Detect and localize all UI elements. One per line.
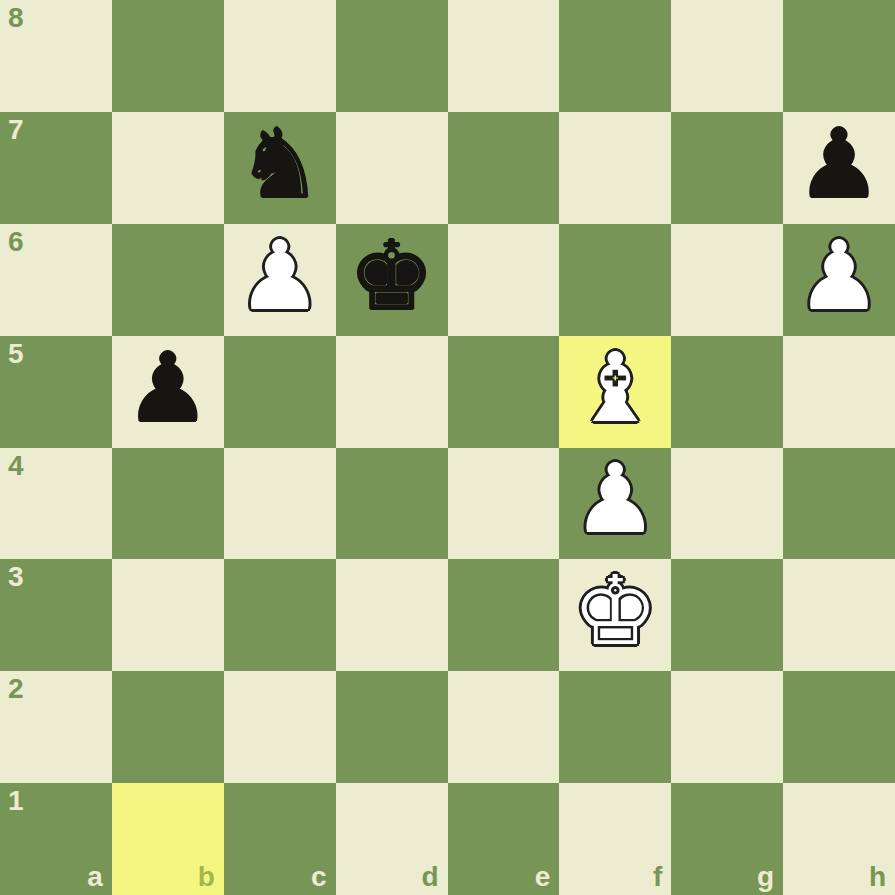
- square-h4[interactable]: [783, 448, 895, 560]
- square-c8[interactable]: [224, 0, 336, 112]
- square-b3[interactable]: [112, 559, 224, 671]
- square-a2[interactable]: 2: [0, 671, 112, 783]
- square-c4[interactable]: [224, 448, 336, 560]
- white-pawn[interactable]: ♟: [796, 228, 882, 324]
- rank-label-6: 6: [8, 227, 24, 258]
- white-bishop[interactable]: ♝: [572, 340, 658, 436]
- square-e3[interactable]: [448, 559, 560, 671]
- square-f3[interactable]: ♚: [559, 559, 671, 671]
- square-h6[interactable]: ♟: [783, 224, 895, 336]
- black-pawn[interactable]: ♟: [125, 340, 211, 436]
- file-label-b: b: [198, 862, 215, 893]
- square-c1[interactable]: c: [224, 783, 336, 895]
- square-a8[interactable]: 8: [0, 0, 112, 112]
- white-pawn[interactable]: ♟: [237, 228, 323, 324]
- file-label-d: d: [421, 862, 438, 893]
- square-b6[interactable]: [112, 224, 224, 336]
- square-h3[interactable]: [783, 559, 895, 671]
- chess-board: 87♞♟6♟♚♟5♟♝4♟3♚21abcdefgh: [0, 0, 895, 895]
- rank-label-3: 3: [8, 562, 24, 593]
- rank-label-1: 1: [8, 786, 24, 817]
- square-g5[interactable]: [671, 336, 783, 448]
- square-h7[interactable]: ♟: [783, 112, 895, 224]
- rank-label-2: 2: [8, 674, 24, 705]
- square-g1[interactable]: g: [671, 783, 783, 895]
- square-c5[interactable]: [224, 336, 336, 448]
- square-e1[interactable]: e: [448, 783, 560, 895]
- square-d7[interactable]: [336, 112, 448, 224]
- square-f7[interactable]: [559, 112, 671, 224]
- square-a6[interactable]: 6: [0, 224, 112, 336]
- square-a5[interactable]: 5: [0, 336, 112, 448]
- square-b4[interactable]: [112, 448, 224, 560]
- file-label-a: a: [87, 862, 103, 893]
- square-c7[interactable]: ♞: [224, 112, 336, 224]
- square-g6[interactable]: [671, 224, 783, 336]
- file-label-g: g: [757, 862, 774, 893]
- square-a3[interactable]: 3: [0, 559, 112, 671]
- square-b8[interactable]: [112, 0, 224, 112]
- square-f8[interactable]: [559, 0, 671, 112]
- square-e5[interactable]: [448, 336, 560, 448]
- rank-label-7: 7: [8, 115, 24, 146]
- rank-label-5: 5: [8, 339, 24, 370]
- square-g3[interactable]: [671, 559, 783, 671]
- square-e8[interactable]: [448, 0, 560, 112]
- square-e6[interactable]: [448, 224, 560, 336]
- square-d5[interactable]: [336, 336, 448, 448]
- square-h2[interactable]: [783, 671, 895, 783]
- square-d4[interactable]: [336, 448, 448, 560]
- square-d6[interactable]: ♚: [336, 224, 448, 336]
- white-pawn[interactable]: ♟: [572, 451, 658, 547]
- square-g4[interactable]: [671, 448, 783, 560]
- file-label-h: h: [869, 862, 886, 893]
- rank-label-8: 8: [8, 3, 24, 34]
- file-label-e: e: [535, 862, 551, 893]
- square-b1[interactable]: b: [112, 783, 224, 895]
- square-e2[interactable]: [448, 671, 560, 783]
- square-c3[interactable]: [224, 559, 336, 671]
- square-b5[interactable]: ♟: [112, 336, 224, 448]
- square-h8[interactable]: [783, 0, 895, 112]
- square-e4[interactable]: [448, 448, 560, 560]
- square-b7[interactable]: [112, 112, 224, 224]
- square-f2[interactable]: [559, 671, 671, 783]
- square-d8[interactable]: [336, 0, 448, 112]
- file-label-f: f: [653, 862, 662, 893]
- square-a4[interactable]: 4: [0, 448, 112, 560]
- rank-label-4: 4: [8, 451, 24, 482]
- square-a7[interactable]: 7: [0, 112, 112, 224]
- square-b2[interactable]: [112, 671, 224, 783]
- square-d3[interactable]: [336, 559, 448, 671]
- square-g2[interactable]: [671, 671, 783, 783]
- file-label-c: c: [311, 862, 327, 893]
- square-g8[interactable]: [671, 0, 783, 112]
- black-knight[interactable]: ♞: [237, 116, 323, 212]
- square-f6[interactable]: [559, 224, 671, 336]
- square-f5[interactable]: ♝: [559, 336, 671, 448]
- square-h1[interactable]: h: [783, 783, 895, 895]
- square-g7[interactable]: [671, 112, 783, 224]
- white-king[interactable]: ♚: [572, 563, 658, 659]
- square-h5[interactable]: [783, 336, 895, 448]
- square-f4[interactable]: ♟: [559, 448, 671, 560]
- square-c6[interactable]: ♟: [224, 224, 336, 336]
- square-e7[interactable]: [448, 112, 560, 224]
- black-king[interactable]: ♚: [349, 228, 435, 324]
- square-f1[interactable]: f: [559, 783, 671, 895]
- square-d2[interactable]: [336, 671, 448, 783]
- square-d1[interactable]: d: [336, 783, 448, 895]
- square-c2[interactable]: [224, 671, 336, 783]
- square-a1[interactable]: 1a: [0, 783, 112, 895]
- black-pawn[interactable]: ♟: [796, 116, 882, 212]
